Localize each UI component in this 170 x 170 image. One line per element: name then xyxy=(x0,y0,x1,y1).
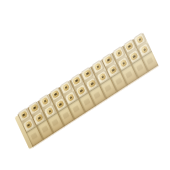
screw-head xyxy=(104,55,112,64)
screw-head xyxy=(30,103,38,112)
screw-head xyxy=(41,96,49,105)
screw-head xyxy=(136,35,144,44)
screw-head xyxy=(94,62,102,71)
product-photo xyxy=(0,0,170,170)
screw-head xyxy=(20,110,28,119)
terminal-segments xyxy=(17,33,158,148)
screw-head xyxy=(73,76,81,85)
screw-head xyxy=(62,83,70,92)
screw-head xyxy=(83,69,91,78)
screw-head xyxy=(52,90,60,99)
screw-head xyxy=(125,42,133,51)
screw-head xyxy=(115,48,123,57)
terminal-strip xyxy=(17,33,158,148)
